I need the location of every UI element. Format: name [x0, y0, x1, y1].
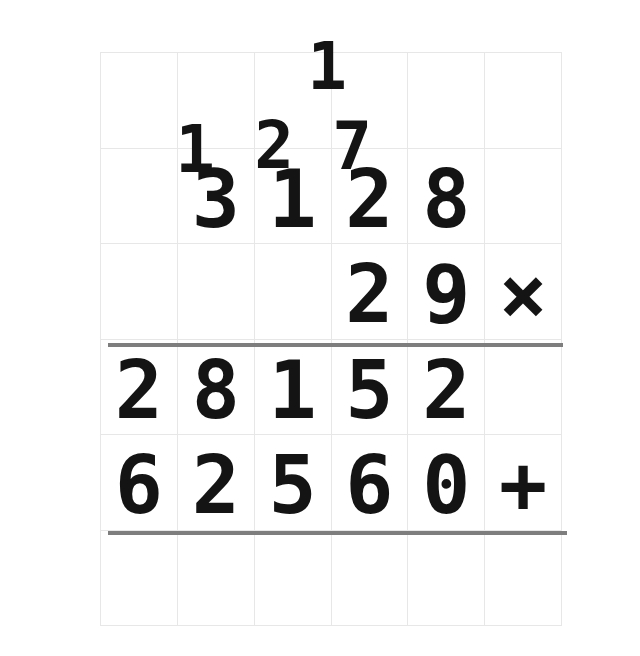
grid-cell-r3-c3: 5 — [332, 340, 409, 436]
carry-digit-1: 1 — [175, 117, 215, 183]
grid-cell-r0-c4 — [408, 53, 485, 149]
addition-rule-line — [108, 531, 567, 535]
digit: 2 — [192, 446, 240, 526]
worksheet: 312829×2815262560+ 1 1 2 7 — [0, 0, 640, 656]
digit: 8 — [422, 160, 470, 240]
digit: 2 — [422, 351, 470, 431]
grid-cell-r4-c2: 5 — [255, 435, 332, 531]
digit: 5 — [345, 351, 393, 431]
grid-cell-r3-c4: 2 — [408, 340, 485, 436]
grid-cell-r3-c0: 2 — [101, 340, 178, 436]
digit: 9 — [422, 255, 470, 335]
grid-cell-r5-c5 — [485, 531, 562, 627]
plus-sign-icon: + — [499, 446, 547, 526]
carry-digit-top: 1 — [307, 34, 347, 100]
grid-cell-r2-c1 — [178, 244, 255, 340]
multiplication-rule-line — [108, 343, 563, 347]
digit: 6 — [115, 446, 163, 526]
digit: 2 — [345, 255, 393, 335]
grid-cell-r2-c0 — [101, 244, 178, 340]
carry-digit-2: 2 — [254, 113, 294, 179]
grid-cell-r0-c5 — [485, 53, 562, 149]
multiply-sign-icon: × — [499, 255, 547, 335]
grid-cell-r4-c5: + — [485, 435, 562, 531]
grid-cell-r3-c2: 1 — [255, 340, 332, 436]
grid-cell-r4-c3: 6 — [332, 435, 409, 531]
multiplication-grid: 312829×2815262560+ — [100, 52, 562, 626]
grid-cell-r5-c0 — [101, 531, 178, 627]
grid-cell-r5-c2 — [255, 531, 332, 627]
grid-cell-r5-c4 — [408, 531, 485, 627]
grid-cell-r4-c0: 6 — [101, 435, 178, 531]
digit: 8 — [192, 351, 240, 431]
carry-digit-3: 7 — [332, 114, 372, 180]
digit: 6 — [345, 446, 393, 526]
digit: 1 — [268, 351, 316, 431]
digit: 2 — [115, 351, 163, 431]
grid-cell-r1-c0 — [101, 149, 178, 245]
grid-cell-r0-c0 — [101, 53, 178, 149]
grid-cell-r2-c3: 2 — [332, 244, 409, 340]
grid-cell-r2-c4: 9 — [408, 244, 485, 340]
grid-cell-r3-c1: 8 — [178, 340, 255, 436]
grid-cell-r5-c1 — [178, 531, 255, 627]
digit: 0 — [422, 446, 470, 526]
grid-cell-r4-c4: 0 — [408, 435, 485, 531]
grid-cell-r5-c3 — [332, 531, 409, 627]
grid-cell-r2-c2 — [255, 244, 332, 340]
grid-cell-r1-c4: 8 — [408, 149, 485, 245]
grid-cell-r2-c5: × — [485, 244, 562, 340]
grid-cell-r1-c5 — [485, 149, 562, 245]
grid-cell-r3-c5 — [485, 340, 562, 436]
digit: 5 — [268, 446, 316, 526]
grid-cell-r4-c1: 2 — [178, 435, 255, 531]
